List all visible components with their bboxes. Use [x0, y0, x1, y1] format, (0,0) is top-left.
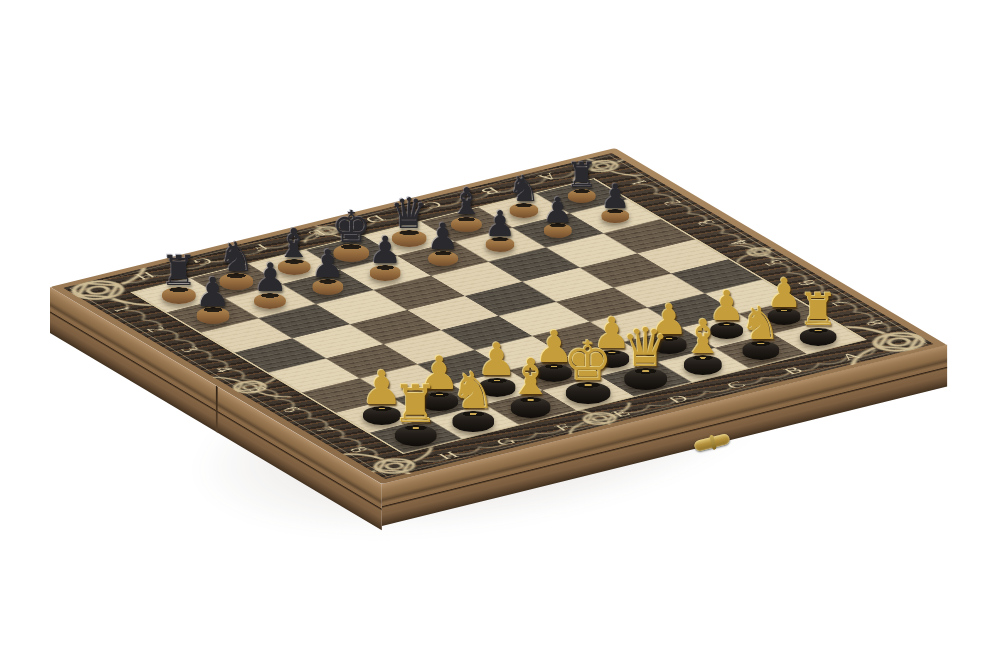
piece-gold-queen-d8[interactable]: ♛ [621, 305, 670, 390]
rook-glyph: ♜ [798, 288, 839, 333]
pawn-glyph: ♟ [484, 206, 516, 242]
piece-dark-pawn-f2[interactable]: ♟ [310, 234, 345, 295]
pawn-glyph: ♟ [426, 219, 459, 255]
pawn-glyph: ♟ [368, 232, 402, 269]
rook-glyph: ♜ [160, 250, 198, 292]
piece-gold-rook-a8[interactable]: ♜ [798, 275, 839, 346]
piece-dark-pawn-d2[interactable]: ♟ [426, 208, 459, 266]
piece-gold-bishop-c8[interactable]: ♝ [682, 300, 725, 374]
piece-dark-pawn-h2[interactable]: ♟ [194, 260, 231, 324]
bishop-glyph: ♝ [508, 353, 553, 403]
rook-glyph: ♜ [392, 379, 439, 431]
piece-dark-rook-h1[interactable]: ♜ [160, 237, 198, 304]
pawn-glyph: ♟ [194, 272, 231, 312]
photo-scene: 1122334455667788AABBCCDDEEFFGGHH ♜♞♝♛♚♝♞… [0, 0, 1000, 667]
piece-gold-knight-g8[interactable]: ♞ [450, 351, 496, 432]
piece-gold-rook-h8[interactable]: ♜ [392, 364, 439, 446]
queen-glyph: ♛ [621, 321, 670, 375]
piece-dark-pawn-b2[interactable]: ♟ [542, 183, 573, 238]
knight-glyph: ♞ [450, 366, 496, 417]
piece-gold-king-e8[interactable]: ♚ [563, 318, 613, 405]
knight-glyph: ♞ [740, 301, 782, 347]
piece-dark-pawn-e2[interactable]: ♟ [368, 221, 402, 281]
bishop-glyph: ♝ [682, 314, 725, 361]
pawn-glyph: ♟ [600, 180, 631, 214]
piece-dark-pawn-c2[interactable]: ♟ [484, 195, 516, 252]
piece-gold-bishop-f8[interactable]: ♝ [508, 338, 553, 417]
piece-dark-pawn-a2[interactable]: ♟ [600, 170, 631, 224]
pawn-glyph: ♟ [310, 245, 345, 283]
king-glyph: ♚ [563, 334, 613, 389]
pawn-glyph: ♟ [542, 193, 573, 228]
piece-gold-knight-b8[interactable]: ♞ [740, 287, 782, 360]
fold-seam [216, 386, 218, 433]
pawn-glyph: ♟ [252, 258, 288, 297]
piece-dark-pawn-g2[interactable]: ♟ [252, 247, 288, 309]
